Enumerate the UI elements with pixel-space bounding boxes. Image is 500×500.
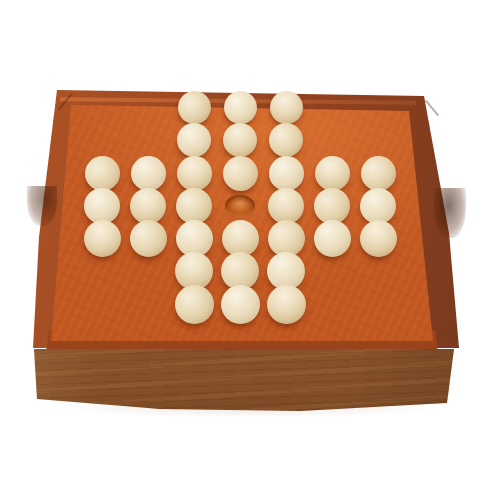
marble[interactable] [268,188,304,224]
board-cell [355,91,401,124]
finger-notch-right [434,188,466,238]
marble[interactable] [223,123,257,157]
board-cell [309,124,355,157]
marble[interactable] [178,91,211,124]
marble[interactable] [84,220,121,257]
board-cell [263,222,309,255]
board-cell [355,288,401,321]
board-cell [355,157,401,190]
marble[interactable] [221,285,260,324]
board-cell [355,124,401,157]
board-cell [171,157,217,190]
board-cell [309,91,355,124]
marble[interactable] [269,123,303,157]
marble[interactable] [177,156,212,191]
marble[interactable] [176,188,212,224]
board-cell [171,288,217,321]
marble[interactable] [361,156,396,191]
board-cell [309,157,355,190]
board-cell [217,222,263,255]
board-cell [171,124,217,157]
board-cell [171,222,217,255]
board-cell [79,157,125,190]
marble[interactable] [131,156,166,191]
board-cell [171,189,217,222]
marble[interactable] [224,91,257,124]
board-cell [309,222,355,255]
board-cell [263,288,309,321]
marble[interactable] [130,188,166,224]
board-cell [217,288,263,321]
board-cell [125,288,171,321]
board-cell [263,124,309,157]
marble[interactable] [223,156,258,191]
board-cell [263,255,309,288]
board-cell [79,189,125,222]
board-cell [217,157,263,190]
board-cell [263,91,309,124]
board-cell [355,255,401,288]
board-cell [171,91,217,124]
marble[interactable] [315,156,350,191]
marble[interactable] [84,188,120,224]
marble[interactable] [314,188,350,224]
board-cell [125,222,171,255]
board-cell [79,124,125,157]
marble[interactable] [85,156,120,191]
board-cell [217,255,263,288]
product-photo-peg-solitaire [0,0,500,500]
board-cell [309,288,355,321]
board-cell [125,189,171,222]
board-cell [355,189,401,222]
board-cell [263,157,309,190]
board-cell [79,255,125,288]
board-cell [217,91,263,124]
solitaire-grid [79,91,401,321]
board-cell [125,255,171,288]
board-cell [309,255,355,288]
board-cell [355,222,401,255]
board-cell [217,124,263,157]
marble[interactable] [270,91,303,124]
board-cell [263,189,309,222]
marble[interactable] [360,220,397,257]
marble[interactable] [130,220,167,257]
board-cell [309,189,355,222]
marble[interactable] [267,285,306,324]
board-cell [217,189,263,222]
marble[interactable] [314,220,351,257]
board-cell [79,222,125,255]
board-cell [171,255,217,288]
board-cell [125,124,171,157]
board-cell [125,157,171,190]
marble[interactable] [175,285,214,324]
empty-hole[interactable] [225,195,255,217]
marble[interactable] [177,123,211,157]
board-cell [79,91,125,124]
board-cell [79,288,125,321]
marble[interactable] [360,188,396,224]
board-cell [125,91,171,124]
marble[interactable] [269,156,304,191]
